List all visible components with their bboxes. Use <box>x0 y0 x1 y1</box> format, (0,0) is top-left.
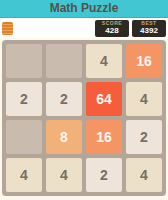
board[interactable]: 4162264481624424 <box>2 40 166 196</box>
empty-cell <box>46 44 82 78</box>
tile-16: 16 <box>86 120 122 154</box>
tile-4: 4 <box>126 158 162 192</box>
tile-8: 8 <box>46 120 82 154</box>
tile-2: 2 <box>126 120 162 154</box>
score-label: SCORE <box>99 21 125 26</box>
scoreboard: SCORE 428 BEST 4392 <box>95 20 166 37</box>
logo-tile-icon <box>2 22 13 35</box>
best-badge: BEST 4392 <box>132 20 166 37</box>
tile-4: 4 <box>126 82 162 116</box>
best-label: BEST <box>136 21 162 26</box>
empty-cell <box>6 120 42 154</box>
tile-4: 4 <box>86 44 122 78</box>
tile-4: 4 <box>46 158 82 192</box>
top-bar: SCORE 428 BEST 4392 <box>0 18 168 38</box>
app-title: Math Puzzle <box>50 0 119 17</box>
best-value: 4392 <box>136 27 162 35</box>
tile-2: 2 <box>46 82 82 116</box>
tile-2: 2 <box>86 158 122 192</box>
tile-4: 4 <box>6 158 42 192</box>
app-header: Math Puzzle <box>0 0 168 18</box>
empty-cell <box>6 44 42 78</box>
tile-16: 16 <box>126 44 162 78</box>
tile-64: 64 <box>86 82 122 116</box>
app-screen: { "game": "2048", "app": { "title": "Mat… <box>0 0 168 200</box>
score-value: 428 <box>99 27 125 35</box>
tile-2: 2 <box>6 82 42 116</box>
score-badge: SCORE 428 <box>95 20 129 37</box>
